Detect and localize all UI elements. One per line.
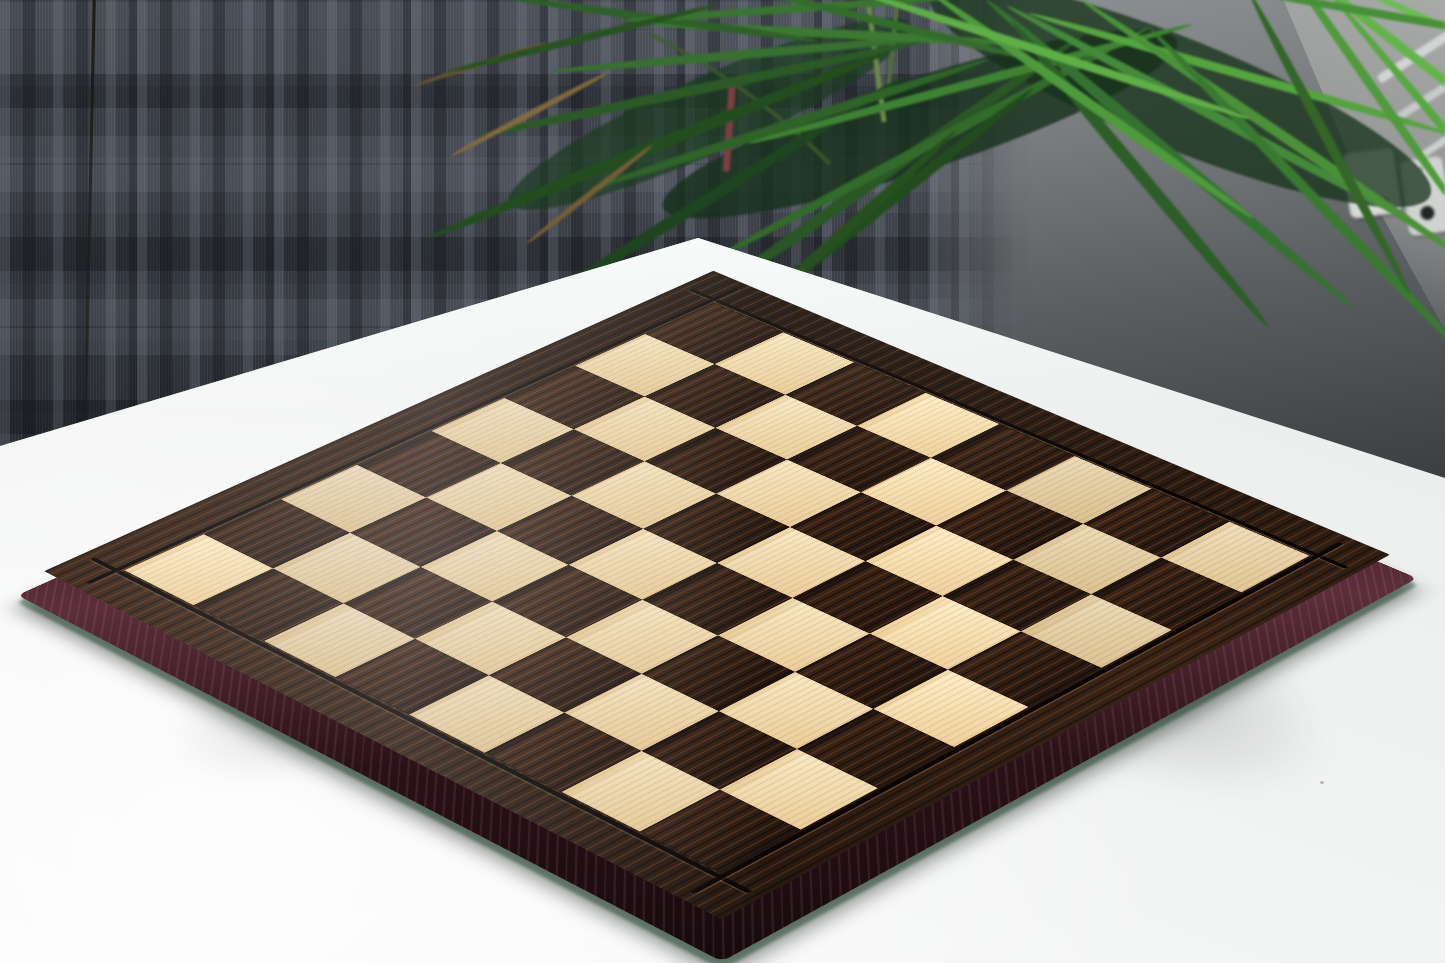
square-r5c4 xyxy=(566,600,717,674)
square-r6c2 xyxy=(343,567,493,639)
square-r5c7 xyxy=(798,709,955,788)
square-r6c7 xyxy=(720,749,878,830)
square-r7c3 xyxy=(336,639,489,715)
board-top-surface xyxy=(44,271,1390,920)
playing-field xyxy=(124,303,1309,873)
square-r4c7 xyxy=(874,670,1029,747)
square-r7c4 xyxy=(409,675,564,752)
chessboard xyxy=(44,271,1390,920)
square-r5c3 xyxy=(493,565,643,637)
chessboard-area xyxy=(0,0,1445,963)
square-r5c6 xyxy=(719,672,874,749)
square-r6c3 xyxy=(415,601,566,675)
square-r7c5 xyxy=(484,713,641,792)
square-r2c6 xyxy=(942,559,1092,631)
square-r7c7 xyxy=(640,790,800,873)
product-photo-scene xyxy=(0,0,1445,963)
square-r6c6 xyxy=(641,711,798,790)
square-r6c5 xyxy=(564,674,719,751)
square-r7c2 xyxy=(264,603,415,677)
square-r3c7 xyxy=(948,632,1101,707)
square-r6c4 xyxy=(489,637,642,713)
square-r4c5 xyxy=(718,598,869,672)
square-r4c4 xyxy=(643,563,793,635)
square-r7c1 xyxy=(193,568,343,640)
square-r2c7 xyxy=(1021,594,1172,668)
square-r3c5 xyxy=(792,561,942,633)
border-groove-right xyxy=(690,542,1344,894)
square-r5c5 xyxy=(642,635,795,711)
square-r3c6 xyxy=(869,596,1020,670)
square-r4c6 xyxy=(795,633,948,708)
square-r7c6 xyxy=(561,751,719,832)
square-r1c7 xyxy=(1092,558,1242,630)
